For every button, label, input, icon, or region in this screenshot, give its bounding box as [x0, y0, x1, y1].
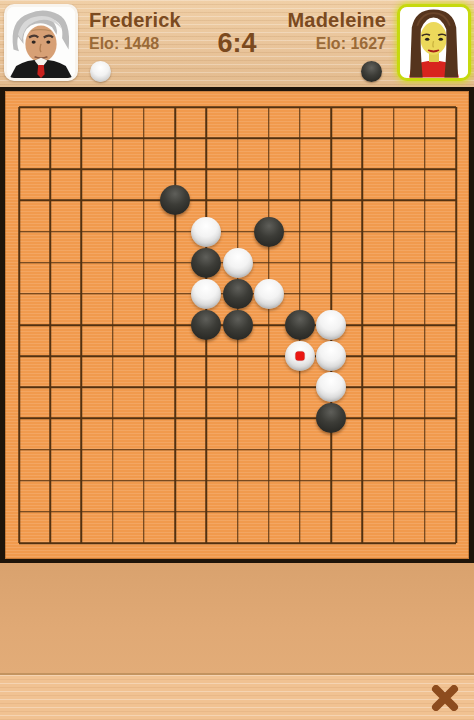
- grid-line-horizontal: [19, 387, 456, 389]
- white-stone: [316, 310, 346, 340]
- player-right-info: Madeleine Elo: 1627: [288, 9, 387, 53]
- black-stone: [223, 310, 253, 340]
- madeleine-portrait: [400, 7, 468, 78]
- bottom-bar: [0, 673, 474, 720]
- grid-line-horizontal: [19, 449, 456, 451]
- black-stone: [191, 248, 221, 278]
- white-stone: [316, 341, 346, 371]
- lower-panel: [0, 563, 474, 673]
- player-right-elo: Elo: 1627: [288, 34, 387, 53]
- close-button[interactable]: [429, 683, 461, 713]
- last-move-marker: [295, 352, 304, 361]
- close-icon: [431, 685, 459, 711]
- grid-line-horizontal: [19, 418, 456, 420]
- grid-line-horizontal: [19, 355, 456, 357]
- white-stone: [254, 279, 284, 309]
- white-stone: [316, 372, 346, 402]
- grid-line-vertical: [455, 107, 457, 543]
- white-stone: [223, 248, 253, 278]
- black-stone: [316, 403, 346, 433]
- player-right-name: Madeleine: [288, 9, 387, 32]
- board-grid[interactable]: [19, 107, 456, 543]
- header: Frederick Elo: 1448 6:4 Madeleine Elo: 1…: [0, 0, 474, 87]
- grid-line-vertical: [268, 107, 270, 543]
- grid-line-horizontal: [19, 542, 456, 544]
- black-stone: [191, 310, 221, 340]
- white-stone: [285, 341, 315, 371]
- grid-line-horizontal: [19, 511, 456, 513]
- black-stone: [160, 185, 190, 215]
- black-stone: [254, 217, 284, 247]
- black-stone: [285, 310, 315, 340]
- grid-line-horizontal: [19, 480, 456, 482]
- player-left-stone-indicator: [90, 61, 111, 82]
- white-stone: [191, 217, 221, 247]
- game-board[interactable]: [0, 87, 474, 563]
- grid-line-vertical: [393, 107, 395, 543]
- avatar-madeleine-active: [397, 4, 471, 81]
- black-stone: [223, 279, 253, 309]
- gomoku-app: Frederick Elo: 1448 6:4 Madeleine Elo: 1…: [0, 0, 474, 720]
- player-right-stone-indicator: [361, 61, 382, 82]
- grid-line-vertical: [362, 107, 364, 543]
- white-stone: [191, 279, 221, 309]
- grid-line-vertical: [424, 107, 426, 543]
